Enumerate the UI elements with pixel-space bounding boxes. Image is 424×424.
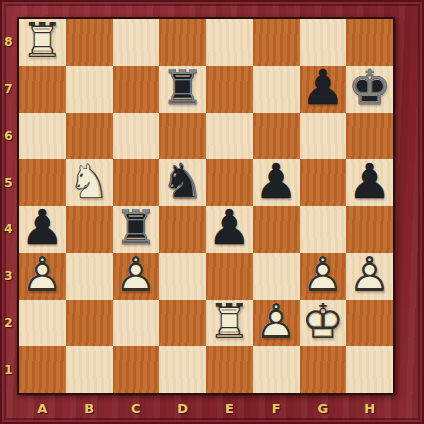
black-pawn-glyph: ♟ [208, 206, 251, 251]
square-h2[interactable] [346, 300, 393, 347]
square-a3[interactable]: ♟♙ [19, 253, 66, 300]
square-g1[interactable] [300, 346, 347, 393]
black-king[interactable]: ♚♔ [346, 66, 393, 113]
black-pawn-glyph: ♟ [255, 159, 298, 204]
square-e7[interactable] [206, 66, 253, 113]
square-c7[interactable] [113, 66, 160, 113]
file-label-a: A [19, 395, 66, 422]
square-e4[interactable]: ♟♙ [206, 206, 253, 253]
square-f6[interactable] [253, 113, 300, 160]
white-pawn-outline: ♙ [301, 253, 344, 298]
square-a1[interactable] [19, 346, 66, 393]
black-pawn[interactable]: ♟♙ [206, 206, 253, 253]
square-e8[interactable] [206, 19, 253, 66]
square-b2[interactable] [66, 300, 113, 347]
square-g6[interactable] [300, 113, 347, 160]
file-labels: ABCDEFGH [19, 395, 393, 422]
square-h4[interactable] [346, 206, 393, 253]
square-d7[interactable]: ♜♖ [159, 66, 206, 113]
square-b7[interactable] [66, 66, 113, 113]
white-king[interactable]: ♚♔ [300, 300, 347, 347]
black-pawn-glyph: ♟ [348, 159, 391, 204]
square-d1[interactable] [159, 346, 206, 393]
square-g7[interactable]: ♟♙ [300, 66, 347, 113]
black-rook[interactable]: ♜♖ [159, 66, 206, 113]
black-knight[interactable]: ♞♘ [159, 159, 206, 206]
square-e1[interactable] [206, 346, 253, 393]
chess-board-frame: 87654321 ♜♖♜♖♟♙♚♔♞♘♞♘♟♙♟♙♟♙♜♖♟♙♟♙♟♙♟♙♟♙♜… [0, 0, 424, 424]
square-b6[interactable] [66, 113, 113, 160]
square-d4[interactable] [159, 206, 206, 253]
square-d6[interactable] [159, 113, 206, 160]
square-b4[interactable] [66, 206, 113, 253]
square-g5[interactable] [300, 159, 347, 206]
rank-label-5: 5 [0, 159, 17, 206]
square-a2[interactable] [19, 300, 66, 347]
white-pawn-outline: ♙ [21, 253, 64, 298]
square-c5[interactable] [113, 159, 160, 206]
square-h8[interactable] [346, 19, 393, 66]
square-a6[interactable] [19, 113, 66, 160]
rank-label-3: 3 [0, 253, 17, 300]
white-pawn-outline: ♙ [114, 253, 157, 298]
square-c8[interactable] [113, 19, 160, 66]
white-pawn[interactable]: ♟♙ [253, 300, 300, 347]
file-label-h: H [346, 395, 393, 422]
square-a5[interactable] [19, 159, 66, 206]
rank-label-8: 8 [0, 19, 17, 66]
square-c1[interactable] [113, 346, 160, 393]
white-pawn-outline: ♙ [255, 300, 298, 345]
square-e6[interactable] [206, 113, 253, 160]
black-king-outline: ♔ [348, 66, 391, 111]
white-knight[interactable]: ♞♘ [66, 159, 113, 206]
black-pawn[interactable]: ♟♙ [300, 66, 347, 113]
square-e5[interactable] [206, 159, 253, 206]
square-b8[interactable] [66, 19, 113, 66]
square-g8[interactable] [300, 19, 347, 66]
white-rook[interactable]: ♜♖ [19, 19, 66, 66]
square-h7[interactable]: ♚♔ [346, 66, 393, 113]
white-rook-outline: ♖ [208, 300, 251, 345]
file-label-c: C [113, 395, 160, 422]
file-label-b: B [66, 395, 113, 422]
file-label-g: G [300, 395, 347, 422]
square-g2[interactable]: ♚♔ [300, 300, 347, 347]
square-d3[interactable] [159, 253, 206, 300]
white-rook-outline: ♖ [21, 19, 64, 64]
square-h5[interactable]: ♟♙ [346, 159, 393, 206]
file-label-d: D [159, 395, 206, 422]
square-g4[interactable] [300, 206, 347, 253]
square-f2[interactable]: ♟♙ [253, 300, 300, 347]
square-h1[interactable] [346, 346, 393, 393]
white-pawn[interactable]: ♟♙ [19, 253, 66, 300]
rank-label-7: 7 [0, 66, 17, 113]
white-pawn[interactable]: ♟♙ [346, 253, 393, 300]
white-pawn[interactable]: ♟♙ [113, 253, 160, 300]
chess-board: ♜♖♜♖♟♙♚♔♞♘♞♘♟♙♟♙♟♙♜♖♟♙♟♙♟♙♟♙♟♙♜♖♟♙♚♔ [17, 17, 395, 395]
square-a8[interactable]: ♜♖ [19, 19, 66, 66]
white-pawn[interactable]: ♟♙ [300, 253, 347, 300]
black-rook-outline: ♖ [114, 206, 157, 251]
square-e2[interactable]: ♜♖ [206, 300, 253, 347]
square-b3[interactable] [66, 253, 113, 300]
black-knight-outline: ♘ [161, 159, 204, 204]
square-d5[interactable]: ♞♘ [159, 159, 206, 206]
square-a4[interactable]: ♟♙ [19, 206, 66, 253]
square-h3[interactable]: ♟♙ [346, 253, 393, 300]
square-c3[interactable]: ♟♙ [113, 253, 160, 300]
black-pawn[interactable]: ♟♙ [346, 159, 393, 206]
square-d8[interactable] [159, 19, 206, 66]
file-label-f: F [253, 395, 300, 422]
square-g3[interactable]: ♟♙ [300, 253, 347, 300]
rank-labels: 87654321 [0, 19, 17, 393]
file-label-e: E [206, 395, 253, 422]
square-h6[interactable] [346, 113, 393, 160]
square-b5[interactable]: ♞♘ [66, 159, 113, 206]
rank-label-2: 2 [0, 300, 17, 347]
black-pawn-glyph: ♟ [301, 66, 344, 111]
white-rook[interactable]: ♜♖ [206, 300, 253, 347]
rank-label-4: 4 [0, 206, 17, 253]
black-rook[interactable]: ♜♖ [113, 206, 160, 253]
square-b1[interactable] [66, 346, 113, 393]
black-pawn-glyph: ♟ [21, 206, 64, 251]
square-a7[interactable] [19, 66, 66, 113]
square-c2[interactable] [113, 300, 160, 347]
square-f4[interactable] [253, 206, 300, 253]
black-pawn[interactable]: ♟♙ [19, 206, 66, 253]
white-king-outline: ♔ [301, 300, 344, 345]
square-f7[interactable] [253, 66, 300, 113]
square-f5[interactable]: ♟♙ [253, 159, 300, 206]
square-c4[interactable]: ♜♖ [113, 206, 160, 253]
white-knight-outline: ♘ [68, 159, 111, 204]
rank-label-1: 1 [0, 346, 17, 393]
square-c6[interactable] [113, 113, 160, 160]
square-e3[interactable] [206, 253, 253, 300]
square-f3[interactable] [253, 253, 300, 300]
black-pawn[interactable]: ♟♙ [253, 159, 300, 206]
rank-label-6: 6 [0, 113, 17, 160]
white-pawn-outline: ♙ [348, 253, 391, 298]
square-f1[interactable] [253, 346, 300, 393]
square-d2[interactable] [159, 300, 206, 347]
square-f8[interactable] [253, 19, 300, 66]
black-rook-outline: ♖ [161, 66, 204, 111]
